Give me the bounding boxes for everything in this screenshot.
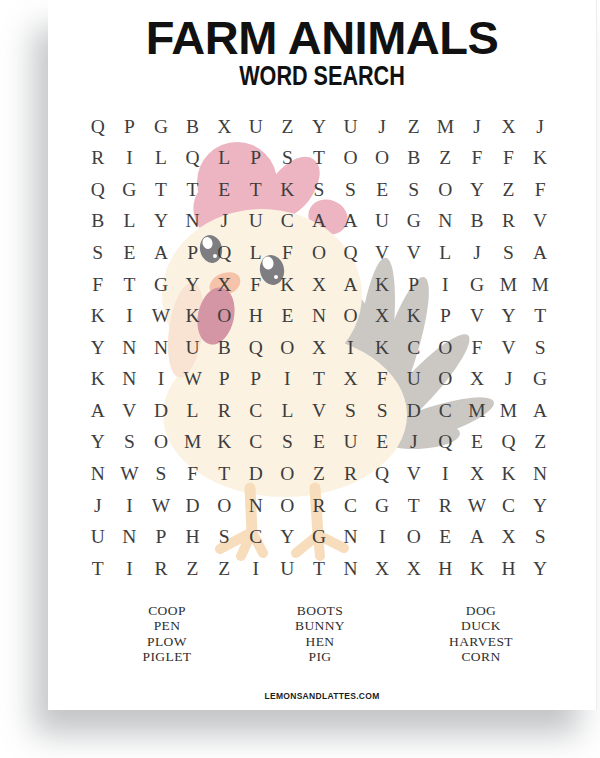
grid-cell[interactable]: S	[303, 174, 335, 206]
word-list-item: DUCK	[449, 618, 513, 633]
grid-cell[interactable]: N	[335, 521, 367, 553]
grid-cell[interactable]: J	[366, 111, 398, 143]
grid-cell[interactable]: X	[366, 553, 398, 585]
grid-cell[interactable]: O	[272, 458, 304, 490]
grid-cell[interactable]: J	[493, 364, 525, 396]
grid-cell[interactable]: C	[240, 521, 272, 553]
grid-cell[interactable]: A	[524, 395, 556, 427]
grid-cell[interactable]: P	[145, 521, 177, 553]
grid-cell[interactable]: N	[524, 458, 556, 490]
grid-cell[interactable]: E	[208, 174, 240, 206]
grid-cell[interactable]: A	[303, 206, 335, 238]
grid-cell[interactable]: U	[335, 427, 367, 459]
grid-cell[interactable]: I	[145, 364, 177, 396]
grid-cell[interactable]: K	[366, 269, 398, 301]
grid-cell[interactable]: Y	[272, 521, 304, 553]
grid-cell[interactable]: W	[177, 364, 209, 396]
grid-cell[interactable]: X	[493, 521, 525, 553]
grid-cell[interactable]: Q	[177, 143, 209, 175]
grid-cell[interactable]: X	[398, 553, 430, 585]
grid-cell[interactable]: T	[208, 458, 240, 490]
grid-cell[interactable]: R	[493, 206, 525, 238]
worksheet-page: FARM ANIMALS WORD SEARCH	[48, 0, 597, 710]
grid-cell[interactable]: E	[366, 427, 398, 459]
grid-cell[interactable]: F	[461, 332, 493, 364]
grid-cell[interactable]: R	[335, 458, 367, 490]
grid-cell[interactable]: X	[493, 111, 525, 143]
grid-cell[interactable]: X	[303, 269, 335, 301]
grid-cell[interactable]: C	[430, 395, 462, 427]
grid-cell[interactable]: J	[461, 237, 493, 269]
grid-cell[interactable]: Z	[430, 143, 462, 175]
grid-cell[interactable]: K	[272, 174, 304, 206]
grid-cell[interactable]: F	[177, 458, 209, 490]
grid-cell[interactable]: K	[524, 143, 556, 175]
word-list-column: COOPPENPLOWPIGLET	[143, 603, 192, 665]
grid-cell[interactable]: A	[524, 237, 556, 269]
grid-cell[interactable]: Z	[303, 458, 335, 490]
grid-cell[interactable]: L	[208, 143, 240, 175]
grid-cell[interactable]: V	[114, 395, 146, 427]
word-list-item: COOP	[143, 603, 192, 618]
word-list-item: BOOTS	[295, 603, 345, 618]
grid-cell[interactable]: B	[461, 206, 493, 238]
grid-cell[interactable]: R	[430, 490, 462, 522]
grid-cell[interactable]: L	[272, 395, 304, 427]
grid-cell[interactable]: F	[240, 269, 272, 301]
grid-cell[interactable]: S	[272, 427, 304, 459]
grid-cell[interactable]: N	[430, 206, 462, 238]
word-list-item: PEN	[143, 618, 192, 633]
grid-cell[interactable]: E	[272, 300, 304, 332]
grid-cell[interactable]: U	[335, 111, 367, 143]
grid-cell[interactable]: P	[114, 111, 146, 143]
grid-cell[interactable]: Y	[303, 111, 335, 143]
grid-cell[interactable]: N	[145, 332, 177, 364]
grid-cell[interactable]: M	[461, 395, 493, 427]
grid-cell[interactable]: O	[272, 332, 304, 364]
grid-cell[interactable]: S	[335, 395, 367, 427]
grid-cell[interactable]: M	[524, 269, 556, 301]
grid-cell[interactable]: L	[240, 237, 272, 269]
grid-cell[interactable]: W	[145, 490, 177, 522]
grid-cell[interactable]: G	[303, 521, 335, 553]
grid-cell[interactable]: Z	[272, 111, 304, 143]
grid-cell[interactable]: V	[493, 332, 525, 364]
grid-cell[interactable]: A	[335, 206, 367, 238]
grid-cell[interactable]: J	[524, 111, 556, 143]
grid-cell[interactable]: T	[82, 553, 114, 585]
grid-cell[interactable]: M	[177, 427, 209, 459]
grid-cell[interactable]: D	[398, 395, 430, 427]
grid-cell[interactable]: Q	[430, 427, 462, 459]
grid-cell[interactable]: T	[240, 174, 272, 206]
grid-cell[interactable]: V	[398, 237, 430, 269]
grid-cell[interactable]: X	[335, 364, 367, 396]
grid-cell[interactable]: S	[524, 332, 556, 364]
grid-cell[interactable]: T	[303, 143, 335, 175]
grid-cell[interactable]: L	[114, 206, 146, 238]
grid-cell[interactable]: D	[240, 458, 272, 490]
grid-cell[interactable]: A	[82, 395, 114, 427]
grid-cell[interactable]: K	[398, 300, 430, 332]
grid-cell[interactable]: D	[145, 395, 177, 427]
grid-cell[interactable]: Y	[82, 427, 114, 459]
grid-cell[interactable]: V	[461, 300, 493, 332]
grid-cell[interactable]: S	[82, 237, 114, 269]
grid-cell[interactable]: G	[145, 269, 177, 301]
word-list-column: DOGDUCKHARVESTCORN	[449, 603, 513, 665]
grid-cell[interactable]: I	[114, 490, 146, 522]
grid-cell[interactable]: Y	[461, 174, 493, 206]
grid-cell[interactable]: Q	[335, 237, 367, 269]
grid-cell[interactable]: K	[366, 332, 398, 364]
grid-cell[interactable]: K	[272, 269, 304, 301]
grid-cell[interactable]: T	[114, 269, 146, 301]
grid-cell[interactable]: N	[114, 521, 146, 553]
grid-cell[interactable]: I	[272, 364, 304, 396]
grid-cell[interactable]: V	[398, 458, 430, 490]
grid-cell[interactable]: J	[82, 490, 114, 522]
grid-cell[interactable]: U	[240, 111, 272, 143]
grid-cell[interactable]: S	[145, 458, 177, 490]
grid-cell[interactable]: H	[177, 521, 209, 553]
grid-cell[interactable]: C	[240, 395, 272, 427]
grid-cell[interactable]: L	[430, 237, 462, 269]
grid-cell[interactable]: P	[177, 237, 209, 269]
grid-cell[interactable]: C	[272, 206, 304, 238]
grid-cell[interactable]: X	[208, 269, 240, 301]
grid-cell[interactable]: E	[303, 427, 335, 459]
grid-cell[interactable]: R	[208, 395, 240, 427]
grid-cell[interactable]: S	[114, 427, 146, 459]
grid-cell[interactable]: W	[145, 300, 177, 332]
letter-grid: QPGBXUZYUJZMJXJRILQLPSTOOBZFFKQGTTETKSSE…	[82, 111, 556, 584]
grid-cell[interactable]: S	[335, 174, 367, 206]
grid-cell[interactable]: U	[272, 553, 304, 585]
grid-cell[interactable]: H	[240, 300, 272, 332]
grid-cell[interactable]: T	[398, 490, 430, 522]
grid-cell[interactable]: G	[398, 206, 430, 238]
grid-cell[interactable]: Y	[493, 300, 525, 332]
grid-cell[interactable]: X	[461, 364, 493, 396]
grid-cell[interactable]: Z	[208, 553, 240, 585]
grid-cell[interactable]: E	[114, 237, 146, 269]
grid-cell[interactable]: R	[303, 490, 335, 522]
grid-cell[interactable]: U	[398, 364, 430, 396]
grid-cell[interactable]: C	[493, 490, 525, 522]
grid-cell[interactable]: K	[208, 427, 240, 459]
grid-cell[interactable]: Z	[398, 111, 430, 143]
grid-cell[interactable]: K	[493, 458, 525, 490]
grid-cell[interactable]: O	[430, 364, 462, 396]
grid-cell[interactable]: K	[82, 364, 114, 396]
grid-cell[interactable]: E	[430, 521, 462, 553]
grid-cell[interactable]: N	[177, 206, 209, 238]
grid-cell[interactable]: O	[208, 300, 240, 332]
grid-cell[interactable]: J	[398, 427, 430, 459]
grid-cell[interactable]: S	[524, 521, 556, 553]
grid-cell[interactable]: O	[303, 237, 335, 269]
grid-cell[interactable]: F	[461, 143, 493, 175]
grid-cell[interactable]: R	[82, 143, 114, 175]
grid-cell[interactable]: U	[82, 521, 114, 553]
grid-cell[interactable]: K	[82, 300, 114, 332]
grid-cell[interactable]: G	[145, 111, 177, 143]
grid-cell[interactable]: Q	[493, 427, 525, 459]
grid-cell[interactable]: J	[461, 111, 493, 143]
grid-cell[interactable]: O	[430, 174, 462, 206]
grid-cell[interactable]: Q	[82, 111, 114, 143]
grid-cell[interactable]: T	[303, 553, 335, 585]
grid-cell[interactable]: F	[366, 364, 398, 396]
grid-cell[interactable]: K	[461, 553, 493, 585]
grid-cell[interactable]: A	[335, 269, 367, 301]
grid-cell[interactable]: W	[114, 458, 146, 490]
site-credit: LEMONSANDLATTES.COM	[48, 691, 596, 701]
grid-cell[interactable]: M	[430, 111, 462, 143]
grid-cell[interactable]: J	[208, 206, 240, 238]
grid-cell[interactable]: S	[366, 395, 398, 427]
grid-cell[interactable]: U	[366, 206, 398, 238]
grid-cell[interactable]: X	[366, 300, 398, 332]
grid-cell[interactable]: M	[493, 269, 525, 301]
grid-cell[interactable]: X	[208, 111, 240, 143]
grid-cell[interactable]: N	[303, 300, 335, 332]
grid-cell[interactable]: H	[493, 553, 525, 585]
grid-cell[interactable]: F	[493, 143, 525, 175]
grid-cell[interactable]: F	[524, 174, 556, 206]
grid-cell[interactable]: Y	[145, 206, 177, 238]
word-list-item: HARVEST	[449, 634, 513, 649]
grid-cell[interactable]: I	[240, 553, 272, 585]
grid-cell[interactable]: S	[208, 521, 240, 553]
grid-cell[interactable]: N	[114, 364, 146, 396]
grid-cell[interactable]: I	[430, 458, 462, 490]
grid-cell[interactable]: P	[240, 143, 272, 175]
grid-cell[interactable]: B	[398, 143, 430, 175]
grid-cell[interactable]: B	[208, 332, 240, 364]
grid-cell[interactable]: C	[398, 332, 430, 364]
grid-cell[interactable]: Q	[82, 174, 114, 206]
grid-cell[interactable]: O	[430, 332, 462, 364]
grid-cell[interactable]: Y	[82, 332, 114, 364]
grid-cell[interactable]: I	[114, 300, 146, 332]
grid-cell[interactable]: G	[524, 364, 556, 396]
word-list-column: BOOTSBUNNYHENPIG	[295, 603, 345, 665]
grid-cell[interactable]: Q	[208, 237, 240, 269]
word-list-item: DOG	[449, 603, 513, 618]
grid-cell[interactable]: Z	[524, 427, 556, 459]
word-list-item: PIGLET	[143, 649, 192, 664]
grid-cell[interactable]: L	[177, 395, 209, 427]
grid-cell[interactable]: G	[114, 174, 146, 206]
grid-cell[interactable]: A	[145, 237, 177, 269]
grid-cell[interactable]: O	[208, 490, 240, 522]
grid-cell[interactable]: M	[493, 395, 525, 427]
grid-cell[interactable]: P	[430, 300, 462, 332]
grid-cell[interactable]: Z	[177, 553, 209, 585]
grid-cell[interactable]: C	[240, 427, 272, 459]
word-list-item: HEN	[295, 634, 345, 649]
grid-cell[interactable]: V	[366, 237, 398, 269]
grid-cell[interactable]: S	[272, 143, 304, 175]
grid-cell[interactable]: I	[430, 269, 462, 301]
grid-cell[interactable]: V	[524, 206, 556, 238]
grid-cell[interactable]: O	[335, 300, 367, 332]
grid-cell[interactable]: T	[524, 300, 556, 332]
grid-cell[interactable]: P	[208, 364, 240, 396]
grid-cell[interactable]: G	[461, 269, 493, 301]
grid-cell[interactable]: D	[177, 490, 209, 522]
grid-cell[interactable]: F	[82, 269, 114, 301]
grid-cell[interactable]: N	[114, 332, 146, 364]
grid-cell[interactable]: R	[145, 553, 177, 585]
grid-cell[interactable]: U	[240, 206, 272, 238]
grid-cell[interactable]: I	[114, 143, 146, 175]
grid-cell[interactable]: Y	[524, 553, 556, 585]
grid-cell[interactable]: B	[177, 111, 209, 143]
grid-cell[interactable]: T	[303, 364, 335, 396]
word-list-item: PIG	[295, 649, 345, 664]
grid-cell[interactable]: K	[177, 300, 209, 332]
grid-cell[interactable]: L	[145, 143, 177, 175]
word-list-item: BUNNY	[295, 618, 345, 633]
word-list-item: PLOW	[143, 634, 192, 649]
grid-cell[interactable]: Q	[240, 332, 272, 364]
grid-cell[interactable]: Y	[177, 269, 209, 301]
grid-cell[interactable]: N	[335, 553, 367, 585]
grid-cell[interactable]: N	[240, 490, 272, 522]
grid-cell[interactable]: F	[272, 237, 304, 269]
grid-cell[interactable]: Q	[366, 458, 398, 490]
grid-cell[interactable]: V	[303, 395, 335, 427]
grid-cell[interactable]: O	[272, 490, 304, 522]
grid-cell[interactable]: T	[145, 174, 177, 206]
grid-cell[interactable]: E	[461, 427, 493, 459]
grid-cell[interactable]: T	[177, 174, 209, 206]
grid-cell[interactable]: B	[82, 206, 114, 238]
grid-cell[interactable]: I	[114, 553, 146, 585]
grid-cell[interactable]: O	[366, 143, 398, 175]
grid-cell[interactable]: S	[493, 237, 525, 269]
word-list: COOPPENPLOWPIGLETBOOTSBUNNYHENPIGDOGDUCK…	[48, 603, 596, 673]
grid-cell[interactable]: P	[240, 364, 272, 396]
grid-cell[interactable]: W	[461, 490, 493, 522]
grid-cell[interactable]: O	[398, 521, 430, 553]
grid-cell[interactable]: A	[461, 521, 493, 553]
grid-cell[interactable]: U	[177, 332, 209, 364]
grid-cell[interactable]: O	[335, 143, 367, 175]
grid-cell[interactable]: X	[461, 458, 493, 490]
grid-cell[interactable]: P	[398, 269, 430, 301]
grid-cell[interactable]: E	[366, 174, 398, 206]
grid-cell[interactable]: N	[82, 458, 114, 490]
word-list-item: CORN	[449, 649, 513, 664]
grid-cell[interactable]: O	[145, 427, 177, 459]
grid-cell[interactable]: Z	[493, 174, 525, 206]
grid-cell[interactable]: I	[366, 521, 398, 553]
grid-cell[interactable]: C	[335, 490, 367, 522]
grid-cell[interactable]: G	[366, 490, 398, 522]
grid-cell[interactable]: S	[398, 174, 430, 206]
grid-cell[interactable]: Y	[524, 490, 556, 522]
grid-cell[interactable]: H	[430, 553, 462, 585]
grid-cell[interactable]: I	[335, 332, 367, 364]
grid-cell[interactable]: X	[303, 332, 335, 364]
